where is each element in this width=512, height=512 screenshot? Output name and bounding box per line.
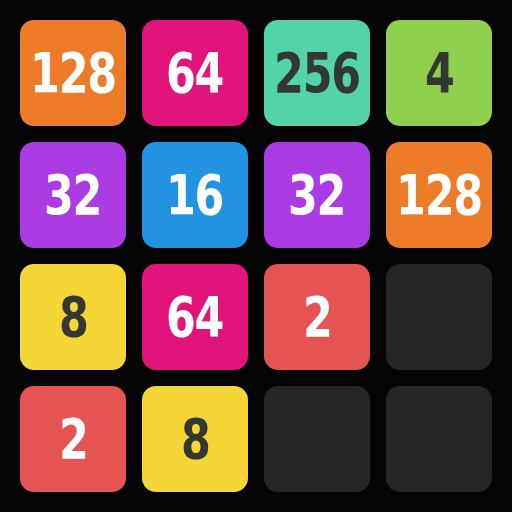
tile-value: 32 xyxy=(288,168,345,223)
tile-value: 16 xyxy=(166,168,223,223)
tile-8-r4c2: 8 xyxy=(142,386,248,492)
tile-128-r1c1: 128 xyxy=(20,20,126,126)
tile-value: 128 xyxy=(396,168,482,223)
tile-value: 32 xyxy=(44,168,101,223)
tile-2-r4c1: 2 xyxy=(20,386,126,492)
tile-4-r1c4: 4 xyxy=(386,20,492,126)
tile-value: 64 xyxy=(166,290,223,345)
tile-value: 8 xyxy=(59,290,88,345)
empty-cell-r4c3 xyxy=(264,386,370,492)
tile-2-r3c3: 2 xyxy=(264,264,370,370)
tile-64-r1c2: 64 xyxy=(142,20,248,126)
tile-128-r2c4: 128 xyxy=(386,142,492,248)
tile-8-r3c1: 8 xyxy=(20,264,126,370)
tile-value: 2 xyxy=(59,412,88,467)
tile-value: 256 xyxy=(274,46,360,101)
tile-value: 4 xyxy=(425,46,454,101)
tile-value: 2 xyxy=(303,290,332,345)
tile-16-r2c2: 16 xyxy=(142,142,248,248)
tile-64-r3c2: 64 xyxy=(142,264,248,370)
tile-value: 128 xyxy=(30,46,116,101)
tile-32-r2c1: 32 xyxy=(20,142,126,248)
empty-cell-r3c4 xyxy=(386,264,492,370)
puzzle-board[interactable]: 128642564321632128864228 xyxy=(0,0,512,512)
tile-256-r1c3: 256 xyxy=(264,20,370,126)
tile-value: 64 xyxy=(166,46,223,101)
tile-value: 8 xyxy=(181,412,210,467)
empty-cell-r4c4 xyxy=(386,386,492,492)
tile-32-r2c3: 32 xyxy=(264,142,370,248)
